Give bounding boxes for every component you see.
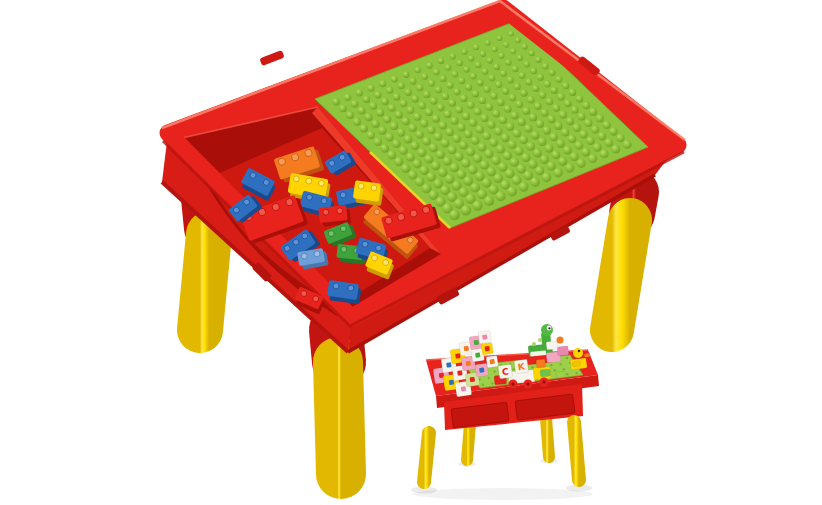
stud xyxy=(421,73,428,80)
stud xyxy=(416,130,424,138)
letter-cube xyxy=(481,342,493,354)
stud xyxy=(577,159,586,168)
stud xyxy=(524,125,532,133)
wagon-load-shape xyxy=(536,359,546,368)
stud xyxy=(533,149,542,158)
stud xyxy=(505,169,514,178)
product-photo: CK xyxy=(0,0,822,505)
letter-cube-mark xyxy=(485,346,490,351)
toy-brick-shape xyxy=(557,346,569,356)
stud xyxy=(385,133,393,141)
stud xyxy=(402,117,410,125)
stud xyxy=(506,123,514,131)
stud xyxy=(457,123,465,131)
stud xyxy=(442,93,449,100)
stud xyxy=(461,205,471,215)
stud xyxy=(489,138,498,147)
letter-cube-mark xyxy=(466,361,471,366)
stud xyxy=(487,121,495,129)
stud xyxy=(416,84,423,91)
stud xyxy=(519,136,528,145)
stud xyxy=(517,164,526,173)
stud xyxy=(537,74,544,81)
stud xyxy=(522,153,531,162)
stud xyxy=(410,78,417,85)
stud xyxy=(469,119,477,127)
stud xyxy=(511,112,519,120)
duck-head xyxy=(573,348,583,358)
stud xyxy=(379,80,386,87)
stud xyxy=(589,108,597,116)
stud xyxy=(513,129,521,137)
stud xyxy=(368,85,375,92)
stud xyxy=(581,148,590,157)
inset-table-leg-rear-right xyxy=(546,418,549,457)
stud xyxy=(426,62,432,68)
stud xyxy=(542,63,548,69)
letter-cube-mark xyxy=(464,346,469,351)
stud xyxy=(623,140,632,149)
stud xyxy=(411,141,420,150)
stud xyxy=(508,31,514,37)
stud xyxy=(553,168,562,177)
stud xyxy=(353,118,361,126)
brick-stud xyxy=(371,185,378,192)
stud xyxy=(586,137,595,146)
stud xyxy=(367,131,375,139)
stud xyxy=(492,110,500,118)
table-leg-back-left xyxy=(200,234,209,330)
stud xyxy=(460,95,467,102)
stud xyxy=(468,55,474,61)
stud xyxy=(374,138,383,147)
stud xyxy=(372,120,380,128)
stud xyxy=(505,59,511,65)
stud xyxy=(462,112,470,120)
brick-stud xyxy=(333,283,340,290)
stud xyxy=(491,382,493,384)
stud xyxy=(495,81,502,88)
letter-cube xyxy=(475,363,489,377)
stud xyxy=(561,128,569,136)
stud xyxy=(518,118,526,126)
stud xyxy=(468,165,477,174)
table-leg-front-left xyxy=(338,362,341,474)
stud xyxy=(459,141,468,150)
stud xyxy=(339,105,347,113)
floor-shadow xyxy=(413,488,593,500)
stud xyxy=(475,62,481,68)
stud xyxy=(500,70,507,77)
stud xyxy=(512,66,519,73)
letter-cube-mark xyxy=(446,362,451,367)
stud xyxy=(525,79,532,86)
stud xyxy=(489,75,496,82)
stud xyxy=(487,57,493,63)
stud xyxy=(418,102,426,110)
stud xyxy=(472,200,482,210)
stud xyxy=(406,153,415,162)
stud xyxy=(491,156,500,165)
scene-svg: CK xyxy=(0,0,822,505)
stud xyxy=(480,160,489,169)
stud xyxy=(605,138,614,147)
brick-body xyxy=(353,180,381,201)
stud xyxy=(498,162,507,171)
stud xyxy=(398,82,405,89)
letter-cube-mark xyxy=(474,340,479,345)
stud xyxy=(434,132,442,140)
stud xyxy=(556,139,565,148)
stud xyxy=(455,152,464,161)
stud xyxy=(429,144,438,153)
stud xyxy=(463,66,470,73)
stud xyxy=(391,76,398,83)
stud xyxy=(386,87,393,94)
stud xyxy=(387,151,396,160)
brick-stud xyxy=(358,183,365,190)
stud xyxy=(344,94,351,101)
stud xyxy=(510,48,516,54)
stud xyxy=(423,91,430,98)
stud xyxy=(520,89,527,96)
stud xyxy=(566,373,568,375)
stud xyxy=(578,113,586,121)
stud xyxy=(576,95,583,102)
stud xyxy=(540,155,549,164)
stud xyxy=(420,166,429,175)
stud xyxy=(598,132,606,140)
stud xyxy=(417,148,426,157)
stud xyxy=(542,173,552,183)
stud xyxy=(381,98,388,105)
stud xyxy=(488,377,490,379)
stud xyxy=(476,125,484,133)
stud xyxy=(603,121,611,129)
toy-brick-shape xyxy=(540,369,551,377)
stud xyxy=(473,154,482,163)
stud xyxy=(497,99,504,106)
stud xyxy=(370,102,378,110)
stud xyxy=(494,127,502,135)
stud xyxy=(538,137,547,146)
stud xyxy=(512,368,514,370)
letter-cube-mark xyxy=(455,353,460,358)
stud xyxy=(545,144,554,153)
stud xyxy=(437,104,445,112)
letter-cube-mark xyxy=(475,352,480,357)
wagon-hub xyxy=(542,380,545,383)
stud xyxy=(409,124,417,132)
stud xyxy=(363,96,370,103)
stud xyxy=(433,69,440,76)
stud xyxy=(503,151,512,160)
stud xyxy=(507,187,517,197)
brick-body xyxy=(318,205,347,223)
stud xyxy=(438,58,444,64)
stud xyxy=(383,115,391,123)
stud xyxy=(522,44,528,50)
stud xyxy=(502,88,509,95)
stud xyxy=(446,128,454,136)
stud xyxy=(600,149,609,158)
stud xyxy=(516,101,524,109)
stud xyxy=(523,171,533,181)
brick-stud xyxy=(341,246,347,252)
stud xyxy=(527,96,534,103)
stud xyxy=(457,170,466,179)
stud xyxy=(425,108,433,116)
stud xyxy=(404,135,413,144)
stud xyxy=(492,46,498,52)
stud xyxy=(524,61,530,67)
stud xyxy=(412,95,419,102)
stud xyxy=(529,50,535,56)
stud xyxy=(609,127,617,135)
stud xyxy=(435,86,442,93)
stud xyxy=(466,147,475,156)
stud xyxy=(517,55,523,61)
stud xyxy=(440,75,447,82)
stud xyxy=(496,145,505,154)
stud xyxy=(401,164,410,173)
stud xyxy=(479,97,486,104)
stud xyxy=(499,116,507,124)
duck-beak-shape xyxy=(584,353,590,357)
stud xyxy=(458,77,465,84)
stud xyxy=(566,117,574,125)
stud xyxy=(365,113,373,121)
stud xyxy=(450,53,456,59)
toy-brick xyxy=(546,341,558,350)
stud xyxy=(474,108,482,116)
stud xyxy=(531,131,539,139)
stud xyxy=(565,163,574,172)
stud xyxy=(532,85,539,92)
stud xyxy=(551,150,560,159)
stud xyxy=(530,68,537,75)
stud xyxy=(564,100,572,108)
stud xyxy=(390,122,398,130)
stud xyxy=(543,126,551,134)
inset-table-leg-front-right xyxy=(574,422,579,480)
stud xyxy=(554,122,562,130)
stud xyxy=(526,142,535,151)
duck-beak xyxy=(584,353,590,357)
stud xyxy=(536,120,544,128)
toy-brick-yellow xyxy=(352,180,384,206)
stud xyxy=(393,93,400,100)
stud xyxy=(455,106,463,114)
letter-cube-mark xyxy=(490,359,495,364)
stud xyxy=(575,141,584,150)
stud xyxy=(583,102,591,110)
stud xyxy=(493,174,503,184)
stud xyxy=(360,124,368,132)
stud xyxy=(461,49,467,55)
toy-brick-shape xyxy=(556,371,565,378)
stud xyxy=(568,135,576,143)
stud xyxy=(493,64,500,71)
stud xyxy=(569,89,576,96)
wagon-hub xyxy=(511,382,514,385)
stud xyxy=(573,124,581,132)
stud xyxy=(497,35,503,41)
stud xyxy=(553,369,555,371)
stud xyxy=(477,79,484,86)
stud xyxy=(449,99,457,107)
stud xyxy=(529,113,537,121)
stud xyxy=(519,72,526,79)
stud xyxy=(496,191,506,201)
stud xyxy=(544,80,551,87)
stud xyxy=(483,132,491,140)
stud xyxy=(548,115,556,123)
stud xyxy=(445,64,452,71)
stud xyxy=(445,174,455,184)
stud xyxy=(428,80,435,87)
stud xyxy=(481,114,489,122)
stud xyxy=(558,157,567,166)
stud xyxy=(552,104,560,112)
stud xyxy=(501,134,509,142)
duck-eye xyxy=(578,350,580,352)
stud xyxy=(392,139,401,148)
toy-flower xyxy=(557,337,564,344)
stud xyxy=(482,384,484,386)
stud xyxy=(378,126,386,134)
stud xyxy=(566,357,568,359)
stud xyxy=(591,125,599,133)
stud xyxy=(430,97,437,104)
brick-stud xyxy=(323,209,329,215)
stud xyxy=(431,161,440,170)
stud xyxy=(439,121,447,129)
stud xyxy=(539,91,546,98)
stud xyxy=(388,104,396,112)
stud xyxy=(559,111,567,119)
toy-brick-shape xyxy=(546,341,558,350)
inset-table-leg-front-left xyxy=(424,433,429,482)
stud xyxy=(557,93,564,100)
dino-head xyxy=(541,324,553,336)
stud xyxy=(571,106,579,114)
stud xyxy=(546,98,553,105)
stud xyxy=(484,86,491,93)
stud xyxy=(541,109,549,117)
stud xyxy=(408,170,417,179)
duck-wing xyxy=(572,361,581,367)
duck-wing-shape xyxy=(572,361,581,367)
stud xyxy=(358,107,366,115)
brick-stud xyxy=(337,208,343,214)
stud xyxy=(465,84,472,91)
stud xyxy=(436,150,445,159)
stud xyxy=(551,87,558,94)
stud xyxy=(514,83,521,90)
stud xyxy=(413,159,422,168)
toy-brick xyxy=(557,346,569,356)
stud xyxy=(346,111,354,119)
stud xyxy=(510,158,519,167)
stud xyxy=(332,98,339,105)
stud xyxy=(556,76,563,83)
stud xyxy=(485,149,494,158)
stud xyxy=(441,139,450,148)
stud xyxy=(351,100,359,108)
stud xyxy=(432,115,440,123)
stud xyxy=(420,119,428,127)
stud xyxy=(394,157,403,166)
stud xyxy=(528,160,537,169)
stud xyxy=(596,114,604,122)
table-leg-front-right xyxy=(612,220,630,330)
stud xyxy=(473,44,479,50)
stud xyxy=(399,146,408,155)
stud xyxy=(407,106,415,114)
stud xyxy=(451,117,459,125)
stud xyxy=(549,69,556,76)
stud xyxy=(508,140,517,149)
letter-cube-mark xyxy=(461,386,466,391)
stud xyxy=(534,102,542,110)
stud xyxy=(472,90,479,97)
dino-pupil xyxy=(548,327,550,329)
stud xyxy=(480,51,486,57)
stud xyxy=(560,363,562,365)
stud xyxy=(484,196,494,206)
stud xyxy=(611,145,620,154)
stud xyxy=(427,126,435,134)
stud xyxy=(452,134,460,142)
stud xyxy=(448,146,457,155)
stud xyxy=(570,152,579,161)
stud xyxy=(494,370,496,372)
stud xyxy=(447,82,454,89)
stud xyxy=(374,91,381,98)
stud xyxy=(395,111,403,119)
stud xyxy=(498,53,504,59)
stud xyxy=(449,210,460,221)
stud xyxy=(509,94,516,101)
stud xyxy=(422,137,431,146)
stud xyxy=(461,159,470,168)
stud xyxy=(563,368,565,370)
stud xyxy=(519,182,529,192)
stud xyxy=(515,147,524,156)
stud xyxy=(584,119,592,127)
stud xyxy=(356,89,363,96)
stud xyxy=(424,155,433,164)
stud xyxy=(588,154,597,163)
stud xyxy=(452,71,459,78)
stud xyxy=(515,37,521,43)
stud xyxy=(507,77,514,84)
letter-cube: K xyxy=(514,359,529,374)
stud xyxy=(444,110,452,118)
stud xyxy=(576,372,578,374)
stud xyxy=(450,163,459,172)
letter-cube-mark xyxy=(470,377,475,382)
toy-brick xyxy=(540,369,551,377)
stud xyxy=(563,146,572,155)
stud xyxy=(438,168,447,177)
letter-cube-mark xyxy=(449,380,454,385)
stud xyxy=(562,82,569,89)
letter-cube-mark xyxy=(457,370,462,375)
stud xyxy=(380,144,389,153)
toy-brick xyxy=(556,371,565,378)
